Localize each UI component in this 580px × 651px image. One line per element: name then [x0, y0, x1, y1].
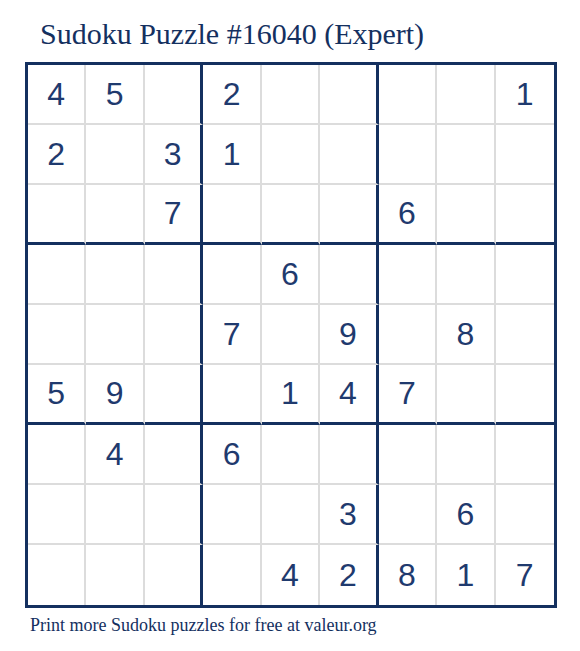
cell-r7c4[interactable]: 6: [203, 425, 261, 485]
cell-r5c1[interactable]: [28, 305, 86, 365]
cell-r9c4[interactable]: [203, 545, 261, 605]
cell-r8c3[interactable]: [145, 485, 203, 545]
cell-r1c1[interactable]: 4: [28, 65, 86, 125]
cell-r1c7[interactable]: [379, 65, 437, 125]
cell-r5c6[interactable]: 9: [320, 305, 378, 365]
cell-r9c5[interactable]: 4: [262, 545, 320, 605]
cell-r8c1[interactable]: [28, 485, 86, 545]
cell-r7c3[interactable]: [145, 425, 203, 485]
cell-r8c7[interactable]: [379, 485, 437, 545]
cell-r3c8[interactable]: [437, 185, 495, 245]
cell-r8c2[interactable]: [86, 485, 144, 545]
cell-r1c4[interactable]: 2: [203, 65, 261, 125]
cell-r1c9[interactable]: 1: [496, 65, 554, 125]
cell-r3c9[interactable]: [496, 185, 554, 245]
cell-r6c6[interactable]: 4: [320, 365, 378, 425]
cell-r3c6[interactable]: [320, 185, 378, 245]
cell-r9c1[interactable]: [28, 545, 86, 605]
cell-r4c1[interactable]: [28, 245, 86, 305]
cell-r2c2[interactable]: [86, 125, 144, 185]
cell-r4c4[interactable]: [203, 245, 261, 305]
cell-r1c3[interactable]: [145, 65, 203, 125]
cell-r6c7[interactable]: 7: [379, 365, 437, 425]
cell-r8c4[interactable]: [203, 485, 261, 545]
cell-r5c5[interactable]: [262, 305, 320, 365]
cell-r5c8[interactable]: 8: [437, 305, 495, 365]
cell-r6c4[interactable]: [203, 365, 261, 425]
cell-r7c8[interactable]: [437, 425, 495, 485]
cell-r7c5[interactable]: [262, 425, 320, 485]
cell-r4c5[interactable]: 6: [262, 245, 320, 305]
cell-r2c8[interactable]: [437, 125, 495, 185]
cell-r3c7[interactable]: 6: [379, 185, 437, 245]
cell-r1c8[interactable]: [437, 65, 495, 125]
cell-r8c6[interactable]: 3: [320, 485, 378, 545]
cell-r5c7[interactable]: [379, 305, 437, 365]
cell-r5c3[interactable]: [145, 305, 203, 365]
cell-r6c3[interactable]: [145, 365, 203, 425]
cell-r3c1[interactable]: [28, 185, 86, 245]
cell-r2c3[interactable]: 3: [145, 125, 203, 185]
cell-r3c5[interactable]: [262, 185, 320, 245]
cell-r7c1[interactable]: [28, 425, 86, 485]
cell-r4c9[interactable]: [496, 245, 554, 305]
cell-r1c5[interactable]: [262, 65, 320, 125]
cell-r7c7[interactable]: [379, 425, 437, 485]
sudoku-grid: 452123176679859147463642817: [25, 62, 557, 608]
cell-r6c9[interactable]: [496, 365, 554, 425]
cell-r6c2[interactable]: 9: [86, 365, 144, 425]
cell-r4c6[interactable]: [320, 245, 378, 305]
cell-r1c2[interactable]: 5: [86, 65, 144, 125]
cell-r2c1[interactable]: 2: [28, 125, 86, 185]
cell-r1c6[interactable]: [320, 65, 378, 125]
cell-r9c6[interactable]: 2: [320, 545, 378, 605]
cell-r6c1[interactable]: 5: [28, 365, 86, 425]
cell-r9c7[interactable]: 8: [379, 545, 437, 605]
page-title: Sudoku Puzzle #16040 (Expert): [40, 17, 424, 51]
cell-r7c2[interactable]: 4: [86, 425, 144, 485]
cell-r9c3[interactable]: [145, 545, 203, 605]
cell-r7c6[interactable]: [320, 425, 378, 485]
cell-r4c2[interactable]: [86, 245, 144, 305]
cell-r2c6[interactable]: [320, 125, 378, 185]
cell-r8c9[interactable]: [496, 485, 554, 545]
cell-r4c3[interactable]: [145, 245, 203, 305]
cell-r2c9[interactable]: [496, 125, 554, 185]
cell-r3c2[interactable]: [86, 185, 144, 245]
cell-r5c9[interactable]: [496, 305, 554, 365]
cell-r2c4[interactable]: 1: [203, 125, 261, 185]
cell-r4c8[interactable]: [437, 245, 495, 305]
cell-r4c7[interactable]: [379, 245, 437, 305]
footer-text: Print more Sudoku puzzles for free at va…: [30, 615, 377, 636]
cell-r9c9[interactable]: 7: [496, 545, 554, 605]
cell-r3c3[interactable]: 7: [145, 185, 203, 245]
cell-r6c5[interactable]: 1: [262, 365, 320, 425]
cell-r8c5[interactable]: [262, 485, 320, 545]
cell-r6c8[interactable]: [437, 365, 495, 425]
cell-r8c8[interactable]: 6: [437, 485, 495, 545]
cell-r7c9[interactable]: [496, 425, 554, 485]
cell-r2c5[interactable]: [262, 125, 320, 185]
cell-r9c2[interactable]: [86, 545, 144, 605]
cell-r2c7[interactable]: [379, 125, 437, 185]
cell-r3c4[interactable]: [203, 185, 261, 245]
cell-r5c2[interactable]: [86, 305, 144, 365]
cell-r9c8[interactable]: 1: [437, 545, 495, 605]
cell-r5c4[interactable]: 7: [203, 305, 261, 365]
